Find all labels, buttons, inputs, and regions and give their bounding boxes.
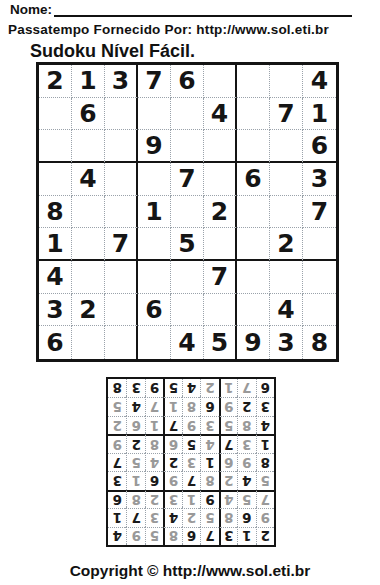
solution-cell-r8c8: 4: [126, 397, 144, 415]
solution-cell-r8c5: 8: [182, 397, 200, 415]
solution-cell-r9c3: 1: [219, 379, 237, 397]
cell-r5c8[interactable]: [270, 196, 303, 229]
solution-cell-r9c8: 3: [126, 379, 144, 397]
cell-r7c7[interactable]: [237, 261, 270, 294]
solution-cell-r9c2: 7: [237, 379, 255, 397]
solution-cell-r8c2: 2: [237, 397, 255, 415]
cell-r5c4[interactable]: 1: [138, 196, 171, 229]
solution-cell-r3c6: 3: [163, 490, 181, 508]
cell-r5c5[interactable]: [171, 196, 204, 229]
cell-r8c4[interactable]: 6: [138, 294, 171, 327]
cell-r2c4[interactable]: [138, 98, 171, 131]
solution-cell-r7c7: 1: [145, 416, 163, 434]
solution-cell-r3c8: 8: [126, 490, 144, 508]
cell-r8c1[interactable]: 3: [39, 294, 72, 327]
solution-cell-r6c3: 7: [219, 434, 237, 452]
solution-cell-r1c2: 1: [237, 527, 255, 545]
cell-r3c8[interactable]: [270, 130, 303, 163]
cell-r4c7[interactable]: 6: [237, 163, 270, 196]
cell-r7c5[interactable]: [171, 261, 204, 294]
solution-cell-r1c3: 3: [219, 527, 237, 545]
solution-cell-r6c1: 1: [256, 434, 274, 452]
solution-cell-r9c4: 2: [200, 379, 218, 397]
solution-cell-r5c6: 2: [163, 453, 181, 471]
solution-cell-r3c3: 4: [219, 490, 237, 508]
cell-r1c3[interactable]: 3: [105, 65, 138, 98]
cell-r3c4[interactable]: 9: [138, 130, 171, 163]
cell-r2c3[interactable]: [105, 98, 138, 131]
cell-r7c6[interactable]: 7: [204, 261, 237, 294]
cell-r8c2[interactable]: 2: [72, 294, 105, 327]
provider-line: Passatempo Fornecido Por: http://www.sol…: [8, 22, 329, 37]
cell-r9c9[interactable]: 8: [303, 326, 336, 359]
sudoku-page: Nome: Passatempo Fornecido Por: http://w…: [0, 0, 380, 585]
solution-cell-r6c2: 3: [237, 434, 255, 452]
solution-cell-r5c4: 1: [200, 453, 218, 471]
solution-cell-r1c5: 6: [182, 527, 200, 545]
cell-r6c2[interactable]: [72, 228, 105, 261]
cell-r2c5[interactable]: [171, 98, 204, 131]
cell-r7c9[interactable]: [303, 261, 336, 294]
name-blank-line: [54, 2, 352, 17]
copyright-text: Copyright © http://www.sol.eti.br: [0, 562, 380, 580]
cell-r7c4[interactable]: [138, 261, 171, 294]
cell-r6c9[interactable]: [303, 228, 336, 261]
cell-r1c2[interactable]: 1: [72, 65, 105, 98]
cell-r8c3[interactable]: [105, 294, 138, 327]
solution-cell-r7c6: 7: [163, 416, 181, 434]
solution-cell-r4c4: 8: [200, 471, 218, 489]
solution-cell-r8c6: 1: [163, 397, 181, 415]
cell-r8c8[interactable]: 4: [270, 294, 303, 327]
solution-cell-r2c3: 8: [219, 508, 237, 526]
cell-r8c6[interactable]: [204, 294, 237, 327]
solution-cell-r9c9: 8: [108, 379, 126, 397]
solution-cell-r7c9: 2: [108, 416, 126, 434]
solution-cell-r3c7: 2: [145, 490, 163, 508]
cell-r8c9[interactable]: [303, 294, 336, 327]
cell-r5c3[interactable]: [105, 196, 138, 229]
solution-cell-r7c3: 5: [219, 416, 237, 434]
cell-r5c9[interactable]: 7: [303, 196, 336, 229]
cell-r9c5[interactable]: 4: [171, 326, 204, 359]
cell-r3c9[interactable]: 6: [303, 130, 336, 163]
solution-cell-r9c5: 4: [182, 379, 200, 397]
solution-cell-r4c3: 2: [219, 471, 237, 489]
solution-cell-r1c7: 5: [145, 527, 163, 545]
solution-cell-r2c9: 1: [108, 508, 126, 526]
cell-r6c1[interactable]: 1: [39, 228, 72, 261]
solution-cell-r4c8: 1: [126, 471, 144, 489]
solution-cell-r3c4: 9: [200, 490, 218, 508]
solution-cell-r2c5: 2: [182, 508, 200, 526]
cell-r9c6[interactable]: 5: [204, 326, 237, 359]
solution-cell-r8c4: 6: [200, 397, 218, 415]
page-title: Sudoku Nível Fácil.: [30, 41, 195, 62]
cell-r3c2[interactable]: [72, 130, 105, 163]
cell-r1c8[interactable]: [270, 65, 303, 98]
cell-r3c1[interactable]: [39, 130, 72, 163]
solution-cell-r5c7: 4: [145, 453, 163, 471]
cell-r5c6[interactable]: 2: [204, 196, 237, 229]
cell-r2c2[interactable]: 6: [72, 98, 105, 131]
solution-cell-r5c1: 8: [256, 453, 274, 471]
cell-r4c1[interactable]: [39, 163, 72, 196]
solution-cell-r6c8: 2: [126, 434, 144, 452]
cell-r9c7[interactable]: 9: [237, 326, 270, 359]
cell-r6c7[interactable]: [237, 228, 270, 261]
cell-r9c2[interactable]: [72, 326, 105, 359]
solution-cell-r4c1: 5: [256, 471, 274, 489]
cell-r2c9[interactable]: 1: [303, 98, 336, 131]
cell-r3c6[interactable]: [204, 130, 237, 163]
solution-cell-r5c2: 9: [237, 453, 255, 471]
cell-r9c1[interactable]: 6: [39, 326, 72, 359]
solution-cell-r6c5: 5: [182, 434, 200, 452]
cell-r5c2[interactable]: [72, 196, 105, 229]
solution-cell-r6c6: 6: [163, 434, 181, 452]
sudoku-board: 213764647196476381271752473264645938: [36, 62, 339, 362]
solution-cell-r7c8: 6: [126, 416, 144, 434]
solution-cell-r6c7: 8: [145, 434, 163, 452]
solution-cell-r9c7: 9: [145, 379, 163, 397]
cell-r9c3[interactable]: [105, 326, 138, 359]
solution-cell-r5c8: 5: [126, 453, 144, 471]
cell-r6c5[interactable]: 5: [171, 228, 204, 261]
solution-cell-r8c9: 5: [108, 397, 126, 415]
solution-cell-r7c1: 4: [256, 416, 274, 434]
solution-cell-r1c4: 7: [200, 527, 218, 545]
solution-cell-r1c6: 8: [163, 527, 181, 545]
cell-r1c6[interactable]: [204, 65, 237, 98]
cell-r7c1[interactable]: 4: [39, 261, 72, 294]
cell-r4c2[interactable]: 4: [72, 163, 105, 196]
solution-cell-r2c2: 6: [237, 508, 255, 526]
solution-cell-r1c1: 2: [256, 527, 274, 545]
cell-r4c8[interactable]: [270, 163, 303, 196]
solution-cell-r4c6: 9: [163, 471, 181, 489]
cell-r3c3[interactable]: [105, 130, 138, 163]
solution-cell-r3c5: 1: [182, 490, 200, 508]
name-row: Nome:: [10, 2, 352, 17]
solution-cell-r6c4: 4: [200, 434, 218, 452]
solution-cell-r9c1: 6: [256, 379, 274, 397]
cell-r7c3[interactable]: [105, 261, 138, 294]
cell-r8c7[interactable]: [237, 294, 270, 327]
solution-cell-r2c6: 4: [163, 508, 181, 526]
cell-r3c7[interactable]: [237, 130, 270, 163]
cell-r9c4[interactable]: [138, 326, 171, 359]
cell-r9c8[interactable]: 3: [270, 326, 303, 359]
cell-r4c3[interactable]: [105, 163, 138, 196]
solution-board: 2137685949685243717549132865428796138961…: [106, 377, 276, 547]
solution-cell-r7c5: 9: [182, 416, 200, 434]
cell-r7c2[interactable]: [72, 261, 105, 294]
solution-cell-r4c5: 7: [182, 471, 200, 489]
solution-cell-r8c3: 9: [219, 397, 237, 415]
cell-r4c6[interactable]: [204, 163, 237, 196]
cell-r2c6[interactable]: 4: [204, 98, 237, 131]
cell-r7c8[interactable]: [270, 261, 303, 294]
solution-cell-r3c1: 7: [256, 490, 274, 508]
solution-cell-r7c4: 3: [200, 416, 218, 434]
solution-cell-r6c9: 9: [108, 434, 126, 452]
cell-r8c5[interactable]: [171, 294, 204, 327]
solution-cell-r4c9: 3: [108, 471, 126, 489]
solution-cell-r3c2: 5: [237, 490, 255, 508]
solution-cell-r7c2: 8: [237, 416, 255, 434]
solution-cell-r2c4: 5: [200, 508, 218, 526]
name-label: Nome:: [10, 2, 52, 17]
solution-cell-r4c2: 4: [237, 471, 255, 489]
solution-cell-r1c8: 9: [126, 527, 144, 545]
solution-cell-r5c3: 6: [219, 453, 237, 471]
cell-r3c5[interactable]: [171, 130, 204, 163]
cell-r2c8[interactable]: 7: [270, 98, 303, 131]
cell-r1c4[interactable]: 7: [138, 65, 171, 98]
cell-r4c5[interactable]: 7: [171, 163, 204, 196]
solution-cell-r2c1: 9: [256, 508, 274, 526]
cell-r6c6[interactable]: [204, 228, 237, 261]
solution-cell-r9c6: 5: [163, 379, 181, 397]
cell-r1c5[interactable]: 6: [171, 65, 204, 98]
cell-r1c9[interactable]: 4: [303, 65, 336, 98]
cell-r5c1[interactable]: 8: [39, 196, 72, 229]
solution-cell-r2c7: 3: [145, 508, 163, 526]
cell-r2c7[interactable]: [237, 98, 270, 131]
cell-r4c4[interactable]: [138, 163, 171, 196]
solution-cell-r8c1: 3: [256, 397, 274, 415]
cell-r5c7[interactable]: [237, 196, 270, 229]
solution-cell-r8c7: 7: [145, 397, 163, 415]
cell-r2c1[interactable]: [39, 98, 72, 131]
solution-cell-r1c9: 4: [108, 527, 126, 545]
solution-cell-r5c9: 7: [108, 453, 126, 471]
solution-cell-r4c7: 6: [145, 471, 163, 489]
cell-r4c9[interactable]: 3: [303, 163, 336, 196]
solution-cell-r3c9: 6: [108, 490, 126, 508]
cell-r6c8[interactable]: 2: [270, 228, 303, 261]
solution-cell-r2c8: 7: [126, 508, 144, 526]
cell-r6c3[interactable]: 7: [105, 228, 138, 261]
cell-r1c7[interactable]: [237, 65, 270, 98]
cell-r6c4[interactable]: [138, 228, 171, 261]
solution-cell-r5c5: 3: [182, 453, 200, 471]
cell-r1c1[interactable]: 2: [39, 65, 72, 98]
